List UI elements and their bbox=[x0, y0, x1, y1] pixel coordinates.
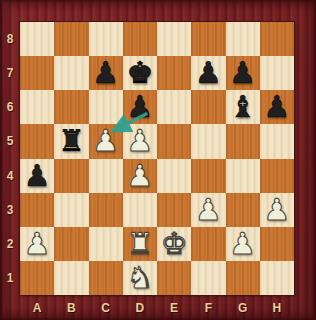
file-label-C: C bbox=[89, 300, 123, 315]
piece-white-pawn: ♟ bbox=[260, 193, 294, 227]
square-g1[interactable] bbox=[226, 261, 260, 295]
square-d2[interactable]: ♜ bbox=[123, 227, 157, 261]
piece-white-pawn: ♟ bbox=[191, 193, 225, 227]
square-h4[interactable] bbox=[260, 159, 294, 193]
square-b2[interactable] bbox=[54, 227, 88, 261]
square-g3[interactable] bbox=[226, 193, 260, 227]
rank-label-7: 7 bbox=[0, 56, 20, 90]
square-a7[interactable] bbox=[20, 56, 54, 90]
rank-label-1: 1 bbox=[0, 261, 20, 295]
piece-black-pawn: ♟ bbox=[89, 56, 123, 90]
file-label-H: H bbox=[260, 300, 294, 315]
square-a5[interactable] bbox=[20, 124, 54, 158]
square-f8[interactable] bbox=[191, 22, 225, 56]
square-d5[interactable]: ♟ bbox=[123, 124, 157, 158]
square-f5[interactable] bbox=[191, 124, 225, 158]
square-f1[interactable] bbox=[191, 261, 225, 295]
square-b4[interactable] bbox=[54, 159, 88, 193]
rank-labels: 87654321 bbox=[0, 22, 20, 295]
square-e5[interactable] bbox=[157, 124, 191, 158]
square-a3[interactable] bbox=[20, 193, 54, 227]
square-g6[interactable]: ♝ bbox=[226, 90, 260, 124]
square-d8[interactable] bbox=[123, 22, 157, 56]
square-a4[interactable]: ♟ bbox=[20, 159, 54, 193]
square-g7[interactable]: ♟ bbox=[226, 56, 260, 90]
square-g5[interactable] bbox=[226, 124, 260, 158]
piece-black-bishop: ♝ bbox=[226, 90, 260, 124]
piece-white-king: ♚ bbox=[157, 227, 191, 261]
square-h1[interactable] bbox=[260, 261, 294, 295]
square-g4[interactable] bbox=[226, 159, 260, 193]
square-c6[interactable] bbox=[89, 90, 123, 124]
square-d4[interactable]: ♟ bbox=[123, 159, 157, 193]
square-e8[interactable] bbox=[157, 22, 191, 56]
square-e7[interactable] bbox=[157, 56, 191, 90]
piece-white-pawn: ♟ bbox=[20, 227, 54, 261]
square-f6[interactable] bbox=[191, 90, 225, 124]
square-h7[interactable] bbox=[260, 56, 294, 90]
square-b5[interactable]: ♜ bbox=[54, 124, 88, 158]
square-g8[interactable] bbox=[226, 22, 260, 56]
square-a6[interactable] bbox=[20, 90, 54, 124]
square-f7[interactable]: ♟ bbox=[191, 56, 225, 90]
square-c8[interactable] bbox=[89, 22, 123, 56]
square-e2[interactable]: ♚ bbox=[157, 227, 191, 261]
square-c7[interactable]: ♟ bbox=[89, 56, 123, 90]
square-c2[interactable] bbox=[89, 227, 123, 261]
square-f3[interactable]: ♟ bbox=[191, 193, 225, 227]
piece-white-knight: ♞ bbox=[123, 261, 157, 295]
square-h5[interactable] bbox=[260, 124, 294, 158]
chess-diagram: ♟♚♟♟♟♝♟♜♟♟♟♟♟♟♟♜♚♟♞ 87654321 ABCDEFGH bbox=[0, 0, 316, 320]
square-e6[interactable] bbox=[157, 90, 191, 124]
square-c4[interactable] bbox=[89, 159, 123, 193]
piece-black-pawn: ♟ bbox=[20, 159, 54, 193]
rank-label-2: 2 bbox=[0, 227, 20, 261]
piece-black-rook: ♜ bbox=[54, 124, 88, 158]
file-labels: ABCDEFGH bbox=[20, 295, 294, 320]
square-b8[interactable] bbox=[54, 22, 88, 56]
square-f4[interactable] bbox=[191, 159, 225, 193]
file-label-D: D bbox=[123, 300, 157, 315]
square-e4[interactable] bbox=[157, 159, 191, 193]
piece-white-rook: ♜ bbox=[123, 227, 157, 261]
square-d6[interactable]: ♟ bbox=[123, 90, 157, 124]
piece-white-pawn: ♟ bbox=[123, 159, 157, 193]
square-a1[interactable] bbox=[20, 261, 54, 295]
piece-black-pawn: ♟ bbox=[226, 56, 260, 90]
square-c1[interactable] bbox=[89, 261, 123, 295]
file-label-A: A bbox=[20, 300, 54, 315]
square-b7[interactable] bbox=[54, 56, 88, 90]
square-d1[interactable]: ♞ bbox=[123, 261, 157, 295]
square-d3[interactable] bbox=[123, 193, 157, 227]
file-label-B: B bbox=[54, 300, 88, 315]
square-b1[interactable] bbox=[54, 261, 88, 295]
square-e3[interactable] bbox=[157, 193, 191, 227]
chess-board: ♟♚♟♟♟♝♟♜♟♟♟♟♟♟♟♜♚♟♞ bbox=[20, 22, 294, 295]
square-e1[interactable] bbox=[157, 261, 191, 295]
rank-label-3: 3 bbox=[0, 193, 20, 227]
square-f2[interactable] bbox=[191, 227, 225, 261]
rank-label-8: 8 bbox=[0, 22, 20, 56]
square-h8[interactable] bbox=[260, 22, 294, 56]
piece-white-pawn: ♟ bbox=[123, 124, 157, 158]
square-h2[interactable] bbox=[260, 227, 294, 261]
piece-white-pawn: ♟ bbox=[226, 227, 260, 261]
square-g2[interactable]: ♟ bbox=[226, 227, 260, 261]
square-b6[interactable] bbox=[54, 90, 88, 124]
square-a8[interactable] bbox=[20, 22, 54, 56]
square-c5[interactable]: ♟ bbox=[89, 124, 123, 158]
rank-label-5: 5 bbox=[0, 124, 20, 158]
rank-label-6: 6 bbox=[0, 90, 20, 124]
piece-black-pawn: ♟ bbox=[123, 90, 157, 124]
file-label-F: F bbox=[191, 300, 225, 315]
square-h6[interactable]: ♟ bbox=[260, 90, 294, 124]
square-a2[interactable]: ♟ bbox=[20, 227, 54, 261]
piece-white-pawn: ♟ bbox=[89, 124, 123, 158]
square-b3[interactable] bbox=[54, 193, 88, 227]
file-label-E: E bbox=[157, 300, 191, 315]
piece-black-pawn: ♟ bbox=[191, 56, 225, 90]
rank-label-4: 4 bbox=[0, 159, 20, 193]
piece-black-king: ♚ bbox=[123, 56, 157, 90]
file-label-G: G bbox=[226, 300, 260, 315]
square-d7[interactable]: ♚ bbox=[123, 56, 157, 90]
square-c3[interactable] bbox=[89, 193, 123, 227]
piece-black-pawn: ♟ bbox=[260, 90, 294, 124]
square-h3[interactable]: ♟ bbox=[260, 193, 294, 227]
